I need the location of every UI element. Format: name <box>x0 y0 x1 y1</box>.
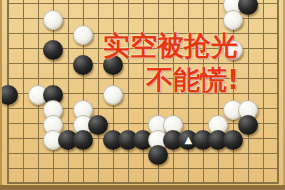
black-stone <box>73 130 93 150</box>
black-stone <box>238 0 258 15</box>
black-stone <box>0 85 18 105</box>
board-left-edge <box>0 0 2 190</box>
grid-line-horizontal <box>7 182 279 184</box>
black-stone <box>223 130 243 150</box>
grid-line-horizontal <box>7 168 279 169</box>
black-stone <box>148 145 168 165</box>
black-stone <box>73 55 93 75</box>
caption-line-1: 实空被抢光 <box>103 28 238 64</box>
board-right-edge <box>283 0 285 190</box>
go-app-screenshot: ▲ 实空被抢光 不能慌! <box>0 0 285 190</box>
triangle-marker: ▲ <box>184 135 192 145</box>
board-bottom-edge <box>0 185 285 190</box>
caption-line-2: 不能慌! <box>146 62 239 98</box>
white-stone <box>103 85 123 105</box>
black-stone <box>238 115 258 135</box>
white-stone <box>43 10 63 30</box>
grid-line-horizontal <box>7 153 279 154</box>
white-stone <box>73 25 93 45</box>
black-stone <box>43 40 63 60</box>
